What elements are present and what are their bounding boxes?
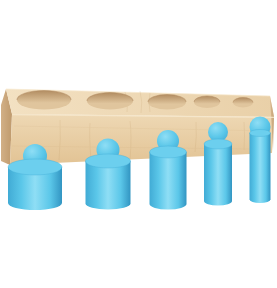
cylinder-4-top xyxy=(204,139,232,149)
cylinder-2-top xyxy=(86,154,131,168)
hole-3 xyxy=(148,95,186,110)
hole-1 xyxy=(17,91,71,110)
hole-2 xyxy=(87,93,133,110)
cylinder-5-body xyxy=(250,133,271,203)
cylinder-block-illustration xyxy=(0,0,277,288)
cylinder-5-top xyxy=(250,130,271,137)
cylinder-1-top xyxy=(8,159,62,175)
product-photo xyxy=(0,0,277,288)
hole-4 xyxy=(194,96,220,108)
hole-5 xyxy=(233,98,253,108)
cylinder-4-body xyxy=(204,144,232,206)
cylinder-3-top xyxy=(150,146,187,158)
cylinder-3-body xyxy=(150,152,187,210)
cylinder-5 xyxy=(250,117,271,204)
